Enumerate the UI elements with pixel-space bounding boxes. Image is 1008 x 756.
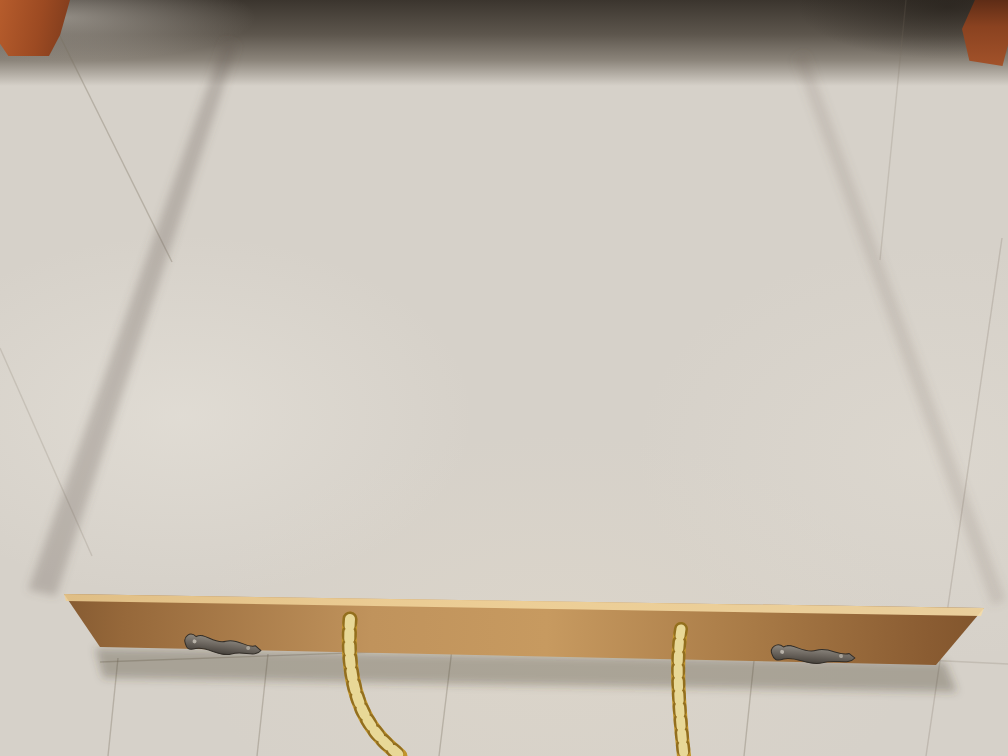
scene: 领悟棋之精髓 对决之局当以思先 迈克 [0, 0, 1008, 756]
wall-shadow [0, 0, 1008, 86]
